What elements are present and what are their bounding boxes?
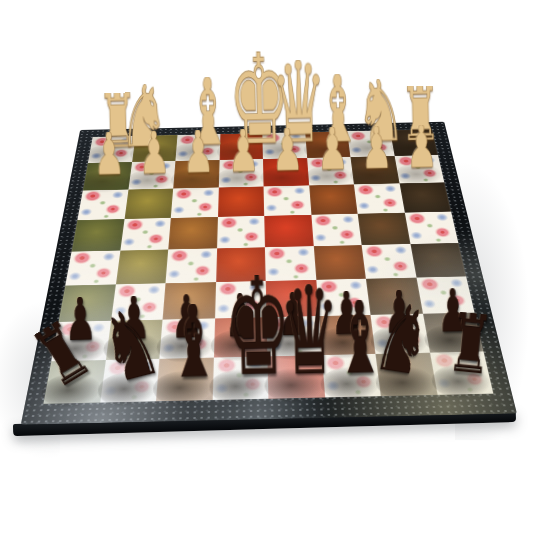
chess-board: ♜♞♝♚♛♝♞♜♟♟♟♟♟♟♟♟♟♟♟♟♟♟♟♟♜♞♝♚♛♝♞♜ bbox=[21, 122, 517, 425]
piece-white-pawn[interactable]: ♟ bbox=[83, 162, 132, 191]
piece-stand: ♞ bbox=[94, 308, 147, 388]
piece-stand: ♞ bbox=[388, 302, 435, 380]
piece-stand: ♟ bbox=[137, 131, 165, 178]
piece-white-pawn-glyph: ♟ bbox=[182, 130, 215, 177]
piece-stand: ♟ bbox=[360, 126, 388, 173]
piece-stand: ♝ bbox=[168, 304, 200, 383]
piece-black-knight[interactable]: ♞ bbox=[375, 353, 437, 396]
piece-black-rook[interactable]: ♜ bbox=[44, 360, 106, 404]
piece-white-pawn[interactable]: ♟ bbox=[218, 159, 263, 188]
piece-stand: ♟ bbox=[182, 130, 210, 177]
piece-white-pawn-glyph: ♟ bbox=[137, 131, 170, 178]
piece-white-pawn[interactable]: ♟ bbox=[128, 161, 175, 190]
piece-black-knight-glyph: ♞ bbox=[370, 300, 435, 380]
piece-white-pawn-glyph: ♟ bbox=[271, 128, 304, 175]
piece-black-king-glyph: ♚ bbox=[223, 274, 292, 381]
piece-white-pawn-glyph: ♟ bbox=[405, 125, 438, 172]
piece-stand: ♟ bbox=[227, 129, 255, 176]
piece-stand: ♚ bbox=[223, 275, 256, 381]
piece-black-king[interactable]: ♚ bbox=[212, 356, 268, 400]
piece-stand: ♟ bbox=[316, 127, 344, 174]
piece-black-rook[interactable]: ♜ bbox=[429, 351, 493, 394]
piece-white-pawn[interactable]: ♟ bbox=[307, 157, 354, 185]
piece-stand: ♝ bbox=[334, 300, 366, 379]
piece-stand: ♜ bbox=[445, 311, 484, 378]
piece-black-knight-glyph: ♞ bbox=[94, 304, 165, 388]
piece-stand: ♟ bbox=[93, 132, 121, 179]
piece-white-pawn-glyph: ♟ bbox=[227, 129, 260, 176]
piece-black-bishop-glyph: ♝ bbox=[168, 303, 219, 382]
pieces-layer: ♜♞♝♚♛♝♞♜♟♟♟♟♟♟♟♟♟♟♟♟♟♟♟♟♜♞♝♚♛♝♞♜ bbox=[44, 129, 494, 403]
piece-white-pawn[interactable]: ♟ bbox=[394, 155, 444, 183]
piece-black-knight[interactable]: ♞ bbox=[100, 359, 160, 403]
piece-white-pawn[interactable]: ♟ bbox=[173, 160, 219, 189]
piece-white-pawn-glyph: ♟ bbox=[316, 127, 349, 174]
piece-stand: ♟ bbox=[271, 128, 299, 175]
piece-white-pawn-glyph: ♟ bbox=[93, 132, 126, 179]
piece-stand: ♟ bbox=[405, 125, 433, 172]
piece-white-pawn[interactable]: ♟ bbox=[263, 158, 309, 187]
photo-scene: ♜♞♝♚♛♝♞♜♟♟♟♟♟♟♟♟♟♟♟♟♟♟♟♟♜♞♝♚♛♝♞♜ bbox=[0, 0, 533, 533]
piece-white-pawn-glyph: ♟ bbox=[360, 126, 393, 173]
piece-white-pawn[interactable]: ♟ bbox=[350, 156, 399, 184]
piece-black-rook-glyph: ♜ bbox=[445, 311, 495, 378]
